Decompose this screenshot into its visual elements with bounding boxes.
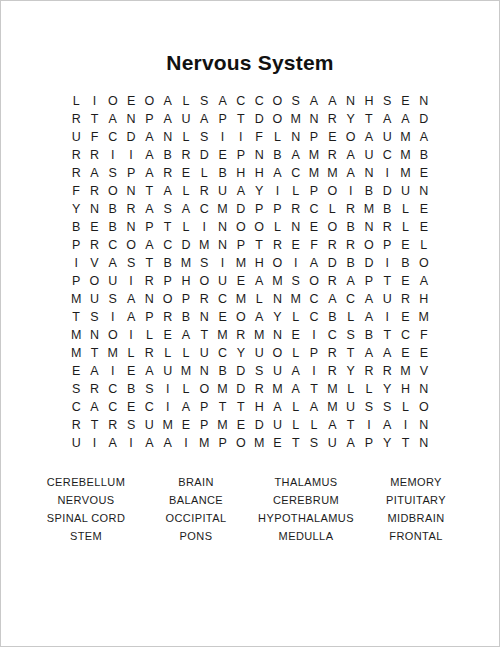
grid-cell: B xyxy=(396,254,414,272)
grid-cell: R xyxy=(323,272,341,290)
grid-cell: M xyxy=(396,164,414,182)
grid-cell: B xyxy=(122,380,140,398)
grid-cell: T xyxy=(140,254,158,272)
grid-cell: F xyxy=(415,326,433,344)
grid-cell: M xyxy=(213,416,231,434)
grid-cell: M xyxy=(305,146,323,164)
grid-cell: H xyxy=(232,164,250,182)
grid-cell: M xyxy=(360,200,378,218)
grid-cell: O xyxy=(268,344,286,362)
grid-cell: P xyxy=(305,344,323,362)
grid-cell: E xyxy=(287,236,305,254)
grid-cell: O xyxy=(122,236,140,254)
grid-cell: M xyxy=(213,380,231,398)
grid-cell: R xyxy=(67,146,85,164)
grid-cell: N xyxy=(122,182,140,200)
grid-cell: P xyxy=(159,272,177,290)
grid-cell: R xyxy=(177,146,195,164)
grid-cell: B xyxy=(159,254,177,272)
grid-cell: A xyxy=(305,254,323,272)
grid-cell: M xyxy=(232,254,250,272)
grid-cell: A xyxy=(323,416,341,434)
grid-cell: A xyxy=(287,146,305,164)
grid-cell: A xyxy=(341,272,359,290)
grid-cell: O xyxy=(85,272,103,290)
grid-cell: S xyxy=(140,380,158,398)
grid-cell: T xyxy=(396,434,414,452)
grid-cell: N xyxy=(415,434,433,452)
grid-cell: O xyxy=(341,128,359,146)
grid-cell: E xyxy=(122,362,140,380)
grid-cell: A xyxy=(360,290,378,308)
grid-cell: B xyxy=(341,254,359,272)
grid-cell: S xyxy=(250,362,268,380)
grid-cell: M xyxy=(177,362,195,380)
grid-cell: A xyxy=(396,110,414,128)
grid-cell: L xyxy=(122,344,140,362)
grid-cell: L xyxy=(287,308,305,326)
grid-cell: D xyxy=(177,236,195,254)
grid-cell: A xyxy=(195,110,213,128)
grid-cell: T xyxy=(341,416,359,434)
grid-cell: O xyxy=(232,434,250,452)
grid-cell: E xyxy=(396,236,414,254)
grid-cell: O xyxy=(104,92,122,110)
word-list-item: HYPOTHALAMUS xyxy=(251,509,361,527)
grid-cell: A xyxy=(305,398,323,416)
grid-cell: N xyxy=(140,290,158,308)
grid-cell: I xyxy=(396,416,414,434)
grid-cell: P xyxy=(250,200,268,218)
grid-cell: C xyxy=(232,92,250,110)
grid-cell: B xyxy=(159,146,177,164)
grid-cell: D xyxy=(122,128,140,146)
grid-cell: P xyxy=(305,128,323,146)
grid-cell: S xyxy=(85,308,103,326)
grid-cell: M xyxy=(268,380,286,398)
grid-cell: C xyxy=(341,290,359,308)
grid-cell: L xyxy=(287,344,305,362)
grid-cell: T xyxy=(250,236,268,254)
grid-cell: Y xyxy=(232,344,250,362)
grid-cell: Y xyxy=(378,434,396,452)
grid-cell: A xyxy=(159,92,177,110)
grid-cell: N xyxy=(213,236,231,254)
grid-cell: T xyxy=(85,344,103,362)
grid-cell: A xyxy=(104,110,122,128)
grid-cell: T xyxy=(287,434,305,452)
grid-cell: M xyxy=(396,362,414,380)
grid-cell: L xyxy=(287,398,305,416)
grid-cell: M xyxy=(415,308,433,326)
grid-cell: U xyxy=(213,182,231,200)
grid-cell: R xyxy=(67,110,85,128)
grid-cell: R xyxy=(323,344,341,362)
grid-cell: M xyxy=(67,290,85,308)
grid-cell: D xyxy=(250,416,268,434)
grid-cell: M xyxy=(195,434,213,452)
word-list-item: OCCIPITAL xyxy=(141,509,251,527)
grid-cell: R xyxy=(85,236,103,254)
grid-cell: A xyxy=(323,290,341,308)
grid-cell: A xyxy=(250,272,268,290)
grid-cell: R xyxy=(250,380,268,398)
grid-cell: T xyxy=(232,398,250,416)
grid-cell: T xyxy=(378,326,396,344)
grid-cell: U xyxy=(268,362,286,380)
grid-cell: A xyxy=(232,182,250,200)
grid-cell: S xyxy=(195,92,213,110)
grid-cell: E xyxy=(177,164,195,182)
grid-cell: U xyxy=(104,272,122,290)
grid-cell: L xyxy=(177,380,195,398)
grid-cell: P xyxy=(140,110,158,128)
grid-cell: C xyxy=(396,326,414,344)
grid-cell: D xyxy=(360,254,378,272)
grid-cell: R xyxy=(104,416,122,434)
grid-cell: I xyxy=(213,254,231,272)
grid-cell: R xyxy=(140,344,158,362)
grid-cell: A xyxy=(177,326,195,344)
grid-cell: O xyxy=(159,290,177,308)
grid-cell: R xyxy=(323,146,341,164)
grid-cell: A xyxy=(177,398,195,416)
grid-cell: M xyxy=(396,128,414,146)
word-list-item: CEREBELLUM xyxy=(31,473,141,491)
grid-cell: P xyxy=(305,182,323,200)
grid-cell: D xyxy=(232,380,250,398)
grid-cell: H xyxy=(250,164,268,182)
grid-cell: L xyxy=(341,308,359,326)
grid-cell: L xyxy=(250,290,268,308)
grid-cell: A xyxy=(140,200,158,218)
grid-cell: C xyxy=(159,236,177,254)
grid-cell: I xyxy=(287,254,305,272)
grid-cell: L xyxy=(177,218,195,236)
word-list-item: MEMORY xyxy=(361,473,471,491)
grid-cell: M xyxy=(268,272,286,290)
grid-cell: T xyxy=(159,218,177,236)
word-list-item: BRAIN xyxy=(141,473,251,491)
grid-cell: P xyxy=(67,236,85,254)
grid-cell: A xyxy=(159,434,177,452)
grid-cell: I xyxy=(85,434,103,452)
grid-cell: D xyxy=(378,182,396,200)
grid-cell: O xyxy=(140,92,158,110)
word-list-item: CEREBRUM xyxy=(251,491,361,509)
grid-cell: U xyxy=(323,434,341,452)
grid-cell: M xyxy=(287,110,305,128)
grid-cell: A xyxy=(415,128,433,146)
grid-cell: D xyxy=(195,146,213,164)
grid-cell: A xyxy=(85,164,103,182)
grid-cell: I xyxy=(122,434,140,452)
grid-cell: I xyxy=(85,92,103,110)
grid-cell: R xyxy=(85,182,103,200)
grid-cell: U xyxy=(341,398,359,416)
word-list-item: SPINAL CORD xyxy=(31,509,141,527)
grid-cell: H xyxy=(250,254,268,272)
grid-cell: R xyxy=(232,326,250,344)
grid-cell: N xyxy=(195,308,213,326)
grid-cell: S xyxy=(287,92,305,110)
grid-cell: S xyxy=(104,164,122,182)
grid-cell: I xyxy=(177,434,195,452)
grid-cell: O xyxy=(323,182,341,200)
grid-cell: A xyxy=(268,164,286,182)
grid-cell: O xyxy=(323,218,341,236)
grid-cell: I xyxy=(378,308,396,326)
grid-cell: E xyxy=(67,362,85,380)
grid-cell: R xyxy=(360,362,378,380)
grid-cell: L xyxy=(287,416,305,434)
grid-cell: N xyxy=(268,290,286,308)
word-list-item: MIDBRAIN xyxy=(361,509,471,527)
grid-cell: E xyxy=(122,92,140,110)
grid-cell: E xyxy=(323,128,341,146)
grid-cell: C xyxy=(213,344,231,362)
grid-cell: B xyxy=(213,362,231,380)
grid-cell: T xyxy=(341,344,359,362)
grid-cell: C xyxy=(140,398,158,416)
grid-cell: L xyxy=(305,416,323,434)
grid-cell: T xyxy=(85,110,103,128)
grid-cell: M xyxy=(177,254,195,272)
grid-cell: N xyxy=(415,380,433,398)
grid-cell: I xyxy=(67,254,85,272)
grid-cell: C xyxy=(104,380,122,398)
grid-cell: Y xyxy=(341,110,359,128)
grid-cell: C xyxy=(287,164,305,182)
grid-cell: A xyxy=(360,308,378,326)
grid-cell: N xyxy=(213,218,231,236)
grid-cell: F xyxy=(305,236,323,254)
grid-cell: N xyxy=(122,110,140,128)
grid-cell: I xyxy=(104,146,122,164)
grid-cell: N xyxy=(415,416,433,434)
grid-cell: T xyxy=(360,110,378,128)
grid-cell: E xyxy=(232,416,250,434)
word-list-item: FRONTAL xyxy=(361,527,471,545)
grid-cell: R xyxy=(159,308,177,326)
grid-cell: B xyxy=(104,218,122,236)
grid-cell: N xyxy=(287,128,305,146)
grid-cell: E xyxy=(159,326,177,344)
grid-cell: O xyxy=(232,218,250,236)
grid-cell: A xyxy=(213,92,231,110)
grid-cell: A xyxy=(378,344,396,362)
grid-cell: C xyxy=(378,146,396,164)
grid-cell: R xyxy=(159,164,177,182)
grid-cell: M xyxy=(250,326,268,344)
grid-cell: P xyxy=(195,398,213,416)
grid-cell: Y xyxy=(341,362,359,380)
grid-cell: M xyxy=(323,398,341,416)
grid-cell: A xyxy=(287,380,305,398)
grid-cell: A xyxy=(268,398,286,416)
grid-cell: U xyxy=(159,362,177,380)
grid-cell: F xyxy=(67,182,85,200)
grid-cell: P xyxy=(140,308,158,326)
grid-cell: N xyxy=(341,92,359,110)
grid-cell: U xyxy=(378,290,396,308)
grid-cell: T xyxy=(140,182,158,200)
grid-cell: L xyxy=(396,218,414,236)
grid-cell: M xyxy=(232,290,250,308)
grid-cell: L xyxy=(140,326,158,344)
grid-cell: H xyxy=(177,272,195,290)
grid-cell: P xyxy=(378,236,396,254)
grid-cell: C xyxy=(305,200,323,218)
grid-cell: S xyxy=(122,254,140,272)
grid-cell: Y xyxy=(268,308,286,326)
grid-cell: C xyxy=(67,398,85,416)
grid-cell: A xyxy=(360,344,378,362)
grid-cell: E xyxy=(287,326,305,344)
grid-cell: T xyxy=(195,326,213,344)
grid-cell: E xyxy=(415,200,433,218)
grid-cell: U xyxy=(378,128,396,146)
grid-cell: N xyxy=(159,128,177,146)
grid-cell: I xyxy=(159,398,177,416)
grid-cell: O xyxy=(104,182,122,200)
grid-cell: N xyxy=(360,218,378,236)
grid-cell: L xyxy=(67,92,85,110)
grid-cell: N xyxy=(195,362,213,380)
grid-cell: B xyxy=(67,218,85,236)
grid-cell: L xyxy=(360,380,378,398)
grid-cell: P xyxy=(122,164,140,182)
grid-cell: N xyxy=(250,146,268,164)
grid-cell: U xyxy=(177,110,195,128)
grid-cell: P xyxy=(213,110,231,128)
grid-cell: L xyxy=(396,200,414,218)
grid-cell: A xyxy=(140,362,158,380)
grid-cell: A xyxy=(104,434,122,452)
grid-cell: P xyxy=(67,272,85,290)
grid-cell: I xyxy=(378,164,396,182)
grid-cell: T xyxy=(213,398,231,416)
grid-cell: I xyxy=(341,182,359,200)
grid-cell: U xyxy=(250,344,268,362)
grid-cell: M xyxy=(67,344,85,362)
grid-cell: E xyxy=(396,92,414,110)
grid-cell: A xyxy=(250,308,268,326)
grid-cell: B xyxy=(213,164,231,182)
grid-cell: L xyxy=(177,182,195,200)
grid-cell: A xyxy=(323,92,341,110)
grid-cell: Y xyxy=(250,182,268,200)
grid-cell: C xyxy=(195,200,213,218)
grid-cell: T xyxy=(378,272,396,290)
word-list-item: BALANCE xyxy=(141,491,251,509)
grid-cell: P xyxy=(360,434,378,452)
grid-cell: M xyxy=(195,236,213,254)
grid-cell: M xyxy=(323,380,341,398)
grid-cell: I xyxy=(104,308,122,326)
grid-cell: M xyxy=(250,434,268,452)
grid-cell: U xyxy=(360,146,378,164)
grid-cell: I xyxy=(378,254,396,272)
grid-cell: U xyxy=(85,290,103,308)
grid-cell: R xyxy=(323,236,341,254)
grid-cell: E xyxy=(396,272,414,290)
grid-cell: B xyxy=(177,308,195,326)
grid-cell: D xyxy=(323,254,341,272)
grid-cell: O xyxy=(232,308,250,326)
grid-cell: I xyxy=(213,128,231,146)
grid-cell: U xyxy=(213,272,231,290)
grid-cell: I xyxy=(195,218,213,236)
grid-cell: R xyxy=(287,200,305,218)
grid-cell: E xyxy=(213,146,231,164)
grid-cell: O xyxy=(360,236,378,254)
grid-cell: H xyxy=(396,380,414,398)
grid-cell: L xyxy=(177,344,195,362)
grid-cell: F xyxy=(85,128,103,146)
grid-cell: I xyxy=(360,416,378,434)
grid-cell: A xyxy=(159,110,177,128)
grid-cell: T xyxy=(305,380,323,398)
grid-cell: A xyxy=(122,308,140,326)
grid-cell: C xyxy=(305,290,323,308)
grid-cell: I xyxy=(122,146,140,164)
grid-cell: A xyxy=(85,362,103,380)
grid-cell: S xyxy=(341,326,359,344)
grid-cell: M xyxy=(159,416,177,434)
grid-cell: C xyxy=(305,308,323,326)
grid-cell: P xyxy=(232,146,250,164)
grid-cell: N xyxy=(415,182,433,200)
grid-cell: O xyxy=(268,110,286,128)
grid-cell: R xyxy=(140,272,158,290)
grid-cell: S xyxy=(67,380,85,398)
grid-cell: B xyxy=(360,182,378,200)
grid-cell: R xyxy=(323,362,341,380)
puzzle-title: Nervous System xyxy=(1,1,499,75)
grid-cell: P xyxy=(140,218,158,236)
grid-cell: S xyxy=(360,398,378,416)
grid-cell: I xyxy=(305,362,323,380)
grid-cell: S xyxy=(104,290,122,308)
grid-cell: F xyxy=(250,128,268,146)
grid-cell: O xyxy=(250,218,268,236)
grid-cell: A xyxy=(378,110,396,128)
grid-cell: A xyxy=(360,128,378,146)
letter-grid: LIOEOALSACCOSAANHSENRTANPAUAPTDOMNRYTAAD… xyxy=(67,92,433,452)
grid-cell: T xyxy=(67,308,85,326)
grid-cell: C xyxy=(250,92,268,110)
grid-cell: Y xyxy=(67,200,85,218)
grid-cell: D xyxy=(232,200,250,218)
grid-cell: A xyxy=(305,92,323,110)
grid-cell: M xyxy=(396,146,414,164)
grid-cell: R xyxy=(341,236,359,254)
grid-cell: H xyxy=(250,398,268,416)
grid-cell: E xyxy=(305,218,323,236)
grid-cell: P xyxy=(177,290,195,308)
grid-cell: C xyxy=(323,326,341,344)
grid-cell: S xyxy=(378,398,396,416)
grid-cell: A xyxy=(140,236,158,254)
grid-cell: S xyxy=(305,434,323,452)
grid-cell: R xyxy=(195,182,213,200)
grid-cell: L xyxy=(195,164,213,182)
grid-cell: M xyxy=(104,344,122,362)
grid-cell: M xyxy=(323,164,341,182)
grid-cell: E xyxy=(268,434,286,452)
grid-cell: S xyxy=(195,128,213,146)
